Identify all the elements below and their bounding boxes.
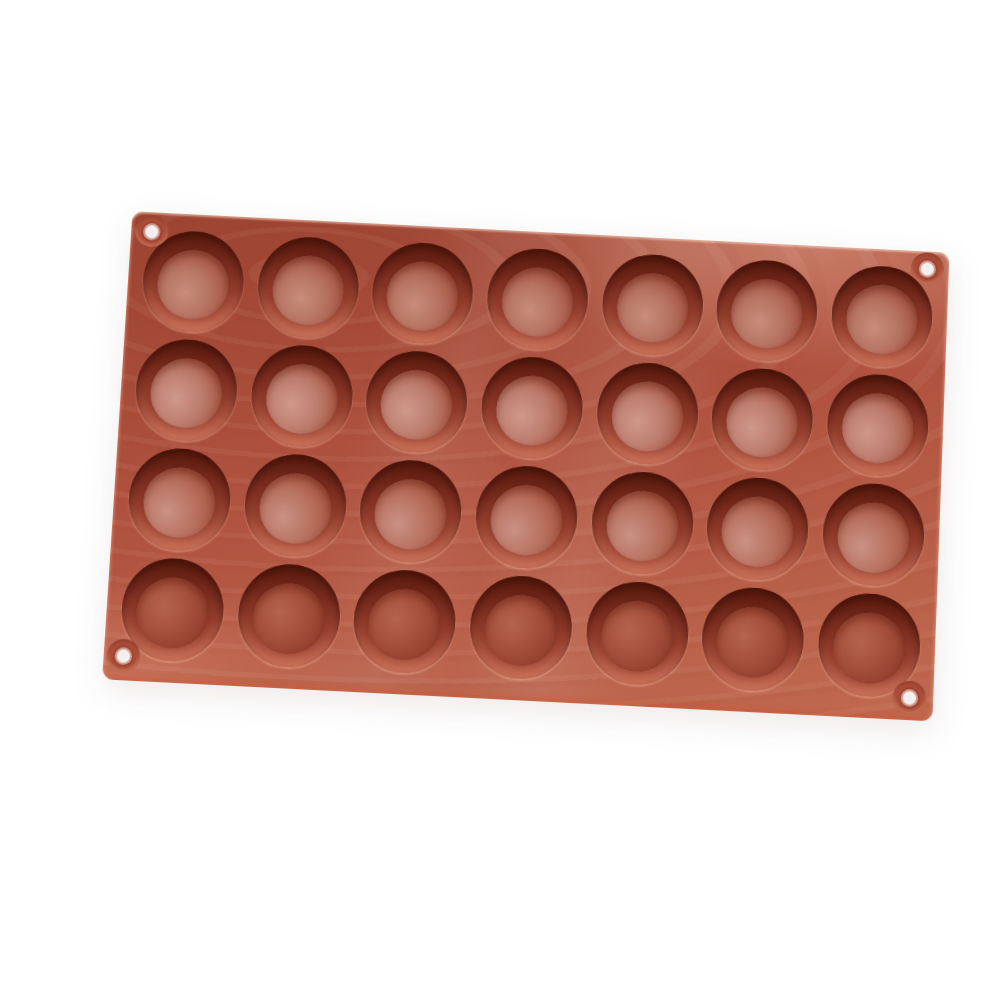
cavity xyxy=(589,470,695,577)
cavity xyxy=(255,235,361,340)
cavity xyxy=(600,252,705,357)
cavity xyxy=(479,355,585,461)
cavity xyxy=(370,241,476,346)
cavity-floor xyxy=(836,501,910,575)
cavity xyxy=(595,360,700,466)
cavity-floor xyxy=(373,477,448,551)
cavity-floor xyxy=(264,362,339,435)
cavity xyxy=(825,372,929,478)
cavity xyxy=(364,349,470,455)
cavity-floor xyxy=(500,266,575,339)
cavity-floor xyxy=(599,599,674,673)
cavity-floor xyxy=(483,593,558,667)
cavity xyxy=(468,574,574,682)
cavity-floor xyxy=(385,260,460,333)
cavity-floor xyxy=(840,392,914,465)
cavity-floor xyxy=(149,357,225,430)
cavity xyxy=(705,475,810,582)
cavity-floor xyxy=(379,368,454,441)
cavity xyxy=(249,343,355,449)
cavity-grid xyxy=(102,211,949,721)
cavity-floor xyxy=(489,483,564,557)
cavity xyxy=(821,481,926,588)
cavity-floor xyxy=(604,489,679,563)
cavity xyxy=(133,337,240,443)
cavity-floor xyxy=(156,248,231,321)
cavity xyxy=(700,585,806,693)
cavity xyxy=(351,568,458,676)
cavity xyxy=(242,452,349,559)
cavity-floor xyxy=(494,374,569,447)
cavity-floor xyxy=(730,277,804,350)
cavity-floor xyxy=(845,283,919,356)
cavity xyxy=(235,562,342,670)
cavity xyxy=(710,366,815,472)
cavity-floor xyxy=(135,576,211,650)
cavity xyxy=(584,579,690,687)
cavity-floor xyxy=(615,271,689,344)
cavity xyxy=(485,246,590,351)
cavity xyxy=(715,258,819,363)
cavity-floor xyxy=(832,611,907,685)
cavity-floor xyxy=(715,605,790,679)
cavity-floor xyxy=(142,466,218,540)
photo-background xyxy=(0,0,1000,1000)
cavity-floor xyxy=(251,582,327,656)
cavity-floor xyxy=(720,495,795,569)
cavity-floor xyxy=(367,587,443,661)
cavity-floor xyxy=(610,380,685,453)
cavity-floor xyxy=(257,472,333,546)
silicone-muffin-mold xyxy=(102,211,949,721)
cavity-floor xyxy=(270,254,345,327)
cavity xyxy=(126,446,233,553)
cavity xyxy=(358,458,464,565)
cavity xyxy=(473,464,579,571)
cavity-floor xyxy=(725,386,799,459)
